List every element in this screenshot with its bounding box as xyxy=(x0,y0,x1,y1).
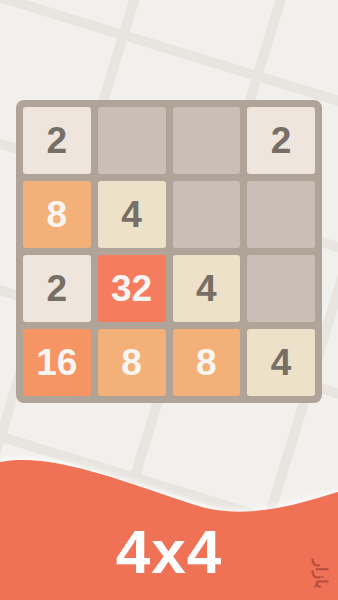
bazaar-watermark: بازار xyxy=(312,552,330,596)
board-size-label: 4x4 xyxy=(0,516,338,587)
game-board[interactable]: 2284232416884 xyxy=(16,100,322,403)
empty-cell xyxy=(173,181,241,248)
tile-4: 4 xyxy=(247,329,315,396)
empty-cell xyxy=(247,181,315,248)
tile-32: 32 xyxy=(98,255,166,322)
empty-cell xyxy=(98,107,166,174)
tile-8: 8 xyxy=(173,329,241,396)
empty-cell xyxy=(173,107,241,174)
tile-4: 4 xyxy=(98,181,166,248)
empty-cell xyxy=(247,255,315,322)
tile-2: 2 xyxy=(247,107,315,174)
app-screen: 2284232416884 4x4 بازار xyxy=(0,0,338,600)
tile-2: 2 xyxy=(23,255,91,322)
tile-8: 8 xyxy=(98,329,166,396)
tile-8: 8 xyxy=(23,181,91,248)
tile-16: 16 xyxy=(23,329,91,396)
tile-4: 4 xyxy=(173,255,241,322)
tile-2: 2 xyxy=(23,107,91,174)
